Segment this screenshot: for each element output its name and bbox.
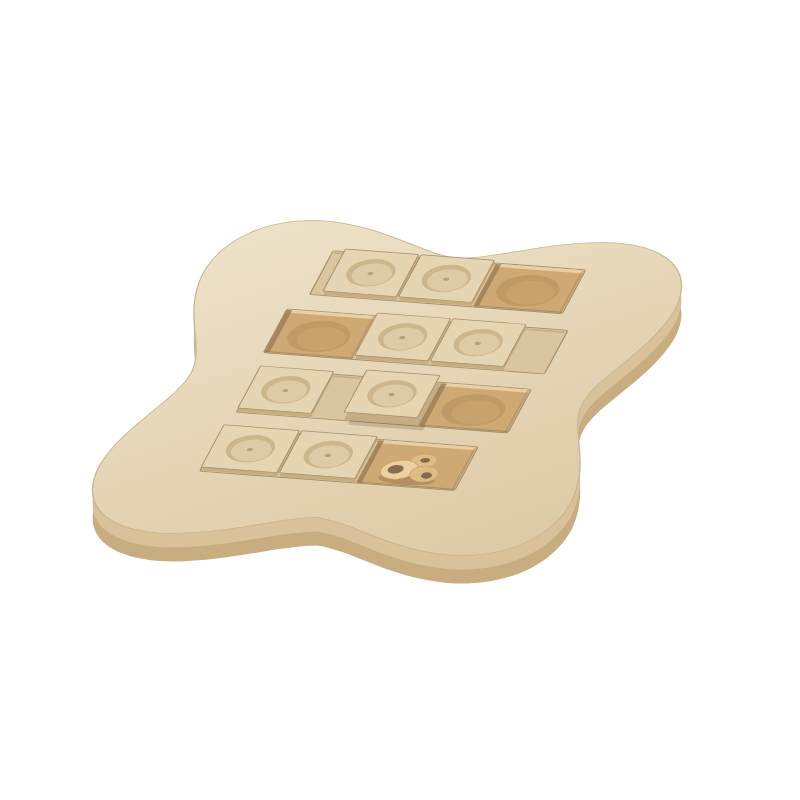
product-photo-dog-puzzle-board — [0, 0, 800, 800]
puzzle-board-scene — [0, 0, 800, 800]
puzzle-board — [53, 214, 722, 590]
